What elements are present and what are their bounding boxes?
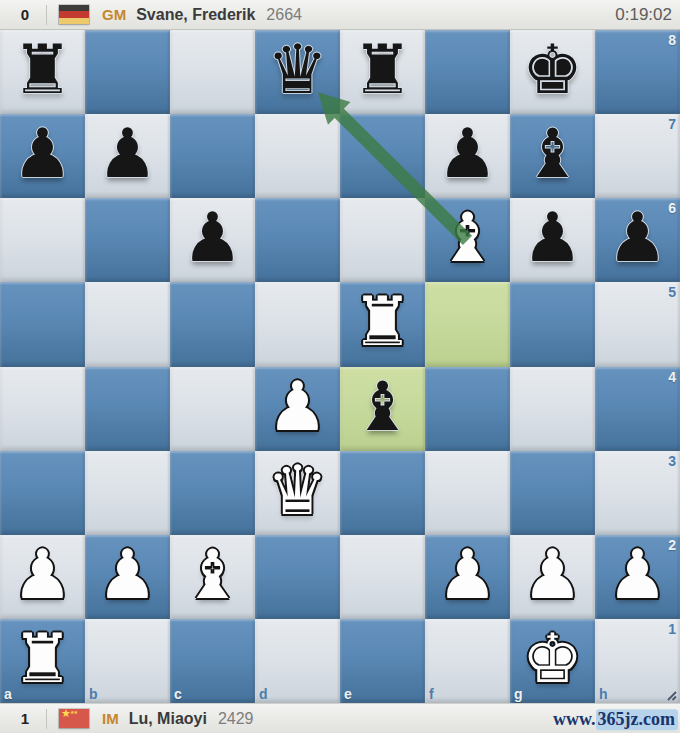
square-b5[interactable] <box>85 282 170 366</box>
piece-black-pawn[interactable]: ♟ <box>12 120 73 188</box>
chess-board-area: ♜♛♜♚8♟♟♟♝7♟♝♟♟6♜5♟♝4♛3♟♟♝♟♟♟2♜abcdef♚g1h <box>0 30 680 703</box>
square-f1[interactable]: f <box>425 619 510 703</box>
piece-black-queen[interactable]: ♛ <box>267 36 328 104</box>
square-g1[interactable]: ♚g <box>510 619 595 703</box>
square-g5[interactable] <box>510 282 595 366</box>
player-bar-bottom: 1 ★★★ IM Lu, Miaoyi 2429 0:10:57 www.365… <box>0 703 680 733</box>
square-d7[interactable] <box>255 114 340 198</box>
china-flag-icon: ★★★ <box>59 709 89 728</box>
square-c4[interactable] <box>170 367 255 451</box>
player-top-index: 0 <box>14 6 36 23</box>
square-a7[interactable]: ♟ <box>0 114 85 198</box>
piece-white-rook[interactable]: ♜ <box>12 625 73 693</box>
square-b6[interactable] <box>85 198 170 282</box>
rank-label-2: 2 <box>668 538 676 552</box>
square-d1[interactable]: d <box>255 619 340 703</box>
square-c8[interactable] <box>170 30 255 114</box>
file-label-g: g <box>514 687 523 701</box>
file-label-c: c <box>174 687 182 701</box>
square-d5[interactable] <box>255 282 340 366</box>
piece-white-bishop[interactable]: ♝ <box>437 204 498 272</box>
square-b3[interactable] <box>85 451 170 535</box>
square-g7[interactable]: ♝ <box>510 114 595 198</box>
file-label-b: b <box>89 687 98 701</box>
file-label-h: h <box>599 687 608 701</box>
square-e8[interactable]: ♜ <box>340 30 425 114</box>
square-d8[interactable]: ♛ <box>255 30 340 114</box>
player-top-clock: 0:19:02 <box>615 5 672 25</box>
watermark-text: www.365jz.com <box>553 709 678 730</box>
piece-white-king[interactable]: ♚ <box>522 625 583 693</box>
rank-label-8: 8 <box>668 33 676 47</box>
square-a5[interactable] <box>0 282 85 366</box>
square-f6[interactable]: ♝ <box>425 198 510 282</box>
piece-white-pawn[interactable]: ♟ <box>97 541 158 609</box>
square-f8[interactable] <box>425 30 510 114</box>
piece-black-bishop[interactable]: ♝ <box>352 373 413 441</box>
square-c6[interactable]: ♟ <box>170 198 255 282</box>
player-top-rating: 2664 <box>266 6 302 24</box>
file-label-a: a <box>4 687 12 701</box>
resize-handle-icon[interactable] <box>663 687 677 701</box>
player-top-name: Svane, Frederik <box>136 6 255 24</box>
player-bar-top: 0 GM Svane, Frederik 2664 0:19:02 <box>0 0 680 30</box>
square-g3[interactable] <box>510 451 595 535</box>
square-f2[interactable]: ♟ <box>425 535 510 619</box>
square-e3[interactable] <box>340 451 425 535</box>
square-b8[interactable] <box>85 30 170 114</box>
square-f4[interactable] <box>425 367 510 451</box>
piece-white-pawn[interactable]: ♟ <box>437 541 498 609</box>
player-bottom-title: IM <box>102 710 119 727</box>
square-b2[interactable]: ♟ <box>85 535 170 619</box>
square-a8[interactable]: ♜ <box>0 30 85 114</box>
square-g2[interactable]: ♟ <box>510 535 595 619</box>
square-a4[interactable] <box>0 367 85 451</box>
piece-black-pawn[interactable]: ♟ <box>607 204 668 272</box>
piece-black-pawn[interactable]: ♟ <box>182 204 243 272</box>
piece-black-pawn[interactable]: ♟ <box>437 120 498 188</box>
piece-white-pawn[interactable]: ♟ <box>267 373 328 441</box>
square-e5[interactable]: ♜ <box>340 282 425 366</box>
rank-label-1: 1 <box>668 622 676 636</box>
player-top-title: GM <box>102 6 126 23</box>
piece-white-pawn[interactable]: ♟ <box>607 541 668 609</box>
square-c7[interactable] <box>170 114 255 198</box>
rank-label-3: 3 <box>668 454 676 468</box>
square-d2[interactable] <box>255 535 340 619</box>
piece-white-bishop[interactable]: ♝ <box>182 541 243 609</box>
square-c5[interactable] <box>170 282 255 366</box>
square-e6[interactable] <box>340 198 425 282</box>
square-h2[interactable]: ♟2 <box>595 535 680 619</box>
piece-white-pawn[interactable]: ♟ <box>12 541 73 609</box>
square-h4[interactable]: 4 <box>595 367 680 451</box>
square-e7[interactable] <box>340 114 425 198</box>
rank-label-4: 4 <box>668 370 676 384</box>
square-h3[interactable]: 3 <box>595 451 680 535</box>
square-g6[interactable]: ♟ <box>510 198 595 282</box>
square-c1[interactable]: c <box>170 619 255 703</box>
piece-black-rook[interactable]: ♜ <box>352 36 413 104</box>
square-a2[interactable]: ♟ <box>0 535 85 619</box>
piece-white-queen[interactable]: ♛ <box>267 457 328 525</box>
square-h5[interactable]: 5 <box>595 282 680 366</box>
rank-label-7: 7 <box>668 117 676 131</box>
file-label-e: e <box>344 687 352 701</box>
square-a1[interactable]: ♜a <box>0 619 85 703</box>
piece-black-rook[interactable]: ♜ <box>12 36 73 104</box>
rank-label-6: 6 <box>668 201 676 215</box>
player-bottom-name: Lu, Miaoyi <box>129 710 207 728</box>
square-c3[interactable] <box>170 451 255 535</box>
bar-separator <box>46 709 47 729</box>
bar-separator <box>46 5 47 25</box>
square-b7[interactable]: ♟ <box>85 114 170 198</box>
square-a3[interactable] <box>0 451 85 535</box>
square-a6[interactable] <box>0 198 85 282</box>
germany-flag-icon <box>59 5 89 24</box>
square-d3[interactable]: ♛ <box>255 451 340 535</box>
player-bottom-rating: 2429 <box>218 710 254 728</box>
square-d4[interactable]: ♟ <box>255 367 340 451</box>
square-f5[interactable] <box>425 282 510 366</box>
square-b4[interactable] <box>85 367 170 451</box>
square-f7[interactable]: ♟ <box>425 114 510 198</box>
file-label-f: f <box>429 687 434 701</box>
chess-board: ♜♛♜♚8♟♟♟♝7♟♝♟♟6♜5♟♝4♛3♟♟♝♟♟♟2♜abcdef♚g1h <box>0 30 680 703</box>
square-e4[interactable]: ♝ <box>340 367 425 451</box>
piece-white-rook[interactable]: ♜ <box>352 288 413 356</box>
piece-white-pawn[interactable]: ♟ <box>522 541 583 609</box>
square-f3[interactable] <box>425 451 510 535</box>
square-d6[interactable] <box>255 198 340 282</box>
piece-black-pawn[interactable]: ♟ <box>97 120 158 188</box>
square-h7[interactable]: 7 <box>595 114 680 198</box>
player-bottom-index: 1 <box>14 710 36 727</box>
square-g4[interactable] <box>510 367 595 451</box>
rank-label-5: 5 <box>668 285 676 299</box>
square-c2[interactable]: ♝ <box>170 535 255 619</box>
square-g8[interactable]: ♚ <box>510 30 595 114</box>
square-h8[interactable]: 8 <box>595 30 680 114</box>
piece-black-pawn[interactable]: ♟ <box>522 204 583 272</box>
square-h6[interactable]: ♟6 <box>595 198 680 282</box>
square-b1[interactable]: b <box>85 619 170 703</box>
square-e2[interactable] <box>340 535 425 619</box>
square-e1[interactable]: e <box>340 619 425 703</box>
piece-black-king[interactable]: ♚ <box>522 36 583 104</box>
piece-black-bishop[interactable]: ♝ <box>522 120 583 188</box>
chess-app-window: 0 GM Svane, Frederik 2664 0:19:02 ♜♛♜♚8♟… <box>0 0 680 733</box>
file-label-d: d <box>259 687 268 701</box>
